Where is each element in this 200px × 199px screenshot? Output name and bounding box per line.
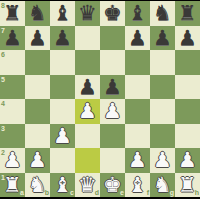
- file-label-b: b: [45, 189, 49, 196]
- square-b7[interactable]: ♟: [25, 26, 50, 51]
- black-knight-piece[interactable]: ♞: [153, 1, 172, 26]
- square-a5[interactable]: 5: [0, 75, 25, 100]
- chess-board: 8♜♞♝♛♚♝♞♜7♟♟♟♟♟♟65♟♟4♟♟3♟2♟♟♟♟♟1a♜b♞c♝d♛…: [0, 1, 200, 197]
- square-a3[interactable]: 3: [0, 124, 25, 149]
- square-c1[interactable]: c♝: [50, 173, 75, 198]
- black-king-piece[interactable]: ♚: [103, 1, 122, 26]
- rank-label-2: 2: [1, 149, 5, 156]
- square-e7[interactable]: [100, 26, 125, 51]
- rank-label-8: 8: [1, 2, 5, 9]
- black-knight-piece[interactable]: ♞: [28, 1, 47, 26]
- white-bishop-piece[interactable]: ♝: [128, 173, 147, 198]
- black-bishop-piece[interactable]: ♝: [53, 1, 72, 26]
- square-h2[interactable]: ♟: [175, 148, 200, 173]
- white-king-piece[interactable]: ♚: [103, 173, 122, 198]
- file-label-h: h: [195, 189, 199, 196]
- square-h8[interactable]: ♜: [175, 1, 200, 26]
- rank-label-7: 7: [1, 27, 5, 34]
- square-b6[interactable]: [25, 50, 50, 75]
- white-pawn-piece[interactable]: ♟: [178, 148, 197, 173]
- square-d8[interactable]: ♛: [75, 1, 100, 26]
- square-c8[interactable]: ♝: [50, 1, 75, 26]
- square-b5[interactable]: [25, 75, 50, 100]
- square-f5[interactable]: [125, 75, 150, 100]
- black-pawn-piece[interactable]: ♟: [103, 75, 122, 100]
- black-pawn-piece[interactable]: ♟: [128, 26, 147, 51]
- square-d6[interactable]: [75, 50, 100, 75]
- black-pawn-piece[interactable]: ♟: [28, 26, 47, 51]
- square-f7[interactable]: ♟: [125, 26, 150, 51]
- square-g3[interactable]: [150, 124, 175, 149]
- square-d3[interactable]: [75, 124, 100, 149]
- square-c4[interactable]: [50, 99, 75, 124]
- square-h3[interactable]: [175, 124, 200, 149]
- square-d2[interactable]: [75, 148, 100, 173]
- square-g6[interactable]: [150, 50, 175, 75]
- black-pawn-piece[interactable]: ♟: [53, 26, 72, 51]
- square-a8[interactable]: 8♜: [0, 1, 25, 26]
- square-d4[interactable]: ♟: [75, 99, 100, 124]
- square-b4[interactable]: [25, 99, 50, 124]
- square-c7[interactable]: ♟: [50, 26, 75, 51]
- square-e5[interactable]: ♟: [100, 75, 125, 100]
- black-pawn-piece[interactable]: ♟: [153, 26, 172, 51]
- square-f4[interactable]: [125, 99, 150, 124]
- file-label-f: f: [147, 189, 149, 196]
- square-b8[interactable]: ♞: [25, 1, 50, 26]
- square-a7[interactable]: 7♟: [0, 26, 25, 51]
- file-label-a: a: [20, 189, 24, 196]
- rank-label-5: 5: [1, 76, 5, 83]
- square-g1[interactable]: g♞: [150, 173, 175, 198]
- square-c6[interactable]: [50, 50, 75, 75]
- square-e4[interactable]: ♟: [100, 99, 125, 124]
- square-b1[interactable]: b♞: [25, 173, 50, 198]
- white-pawn-piece[interactable]: ♟: [3, 148, 22, 173]
- square-e6[interactable]: [100, 50, 125, 75]
- file-label-e: e: [120, 189, 124, 196]
- white-pawn-piece[interactable]: ♟: [128, 148, 147, 173]
- white-pawn-piece[interactable]: ♟: [53, 124, 72, 149]
- square-e2[interactable]: [100, 148, 125, 173]
- square-e1[interactable]: e♚: [100, 173, 125, 198]
- square-b2[interactable]: ♟: [25, 148, 50, 173]
- black-pawn-piece[interactable]: ♟: [178, 26, 197, 51]
- square-g5[interactable]: [150, 75, 175, 100]
- square-f3[interactable]: [125, 124, 150, 149]
- rank-label-3: 3: [1, 125, 5, 132]
- square-a4[interactable]: 4: [0, 99, 25, 124]
- white-pawn-piece[interactable]: ♟: [153, 148, 172, 173]
- square-g2[interactable]: ♟: [150, 148, 175, 173]
- square-f2[interactable]: ♟: [125, 148, 150, 173]
- square-h5[interactable]: [175, 75, 200, 100]
- square-h7[interactable]: ♟: [175, 26, 200, 51]
- black-rook-piece[interactable]: ♜: [3, 1, 22, 26]
- square-d5[interactable]: ♟: [75, 75, 100, 100]
- square-b3[interactable]: [25, 124, 50, 149]
- square-e8[interactable]: ♚: [100, 1, 125, 26]
- square-c2[interactable]: [50, 148, 75, 173]
- square-f1[interactable]: f♝: [125, 173, 150, 198]
- square-a6[interactable]: 6: [0, 50, 25, 75]
- square-f6[interactable]: [125, 50, 150, 75]
- rank-label-4: 4: [1, 100, 5, 107]
- square-c5[interactable]: [50, 75, 75, 100]
- file-label-c: c: [70, 189, 74, 196]
- white-pawn-piece[interactable]: ♟: [28, 148, 47, 173]
- rank-label-6: 6: [1, 51, 5, 58]
- square-a2[interactable]: 2♟: [0, 148, 25, 173]
- white-pawn-piece[interactable]: ♟: [103, 99, 122, 124]
- white-rook-piece[interactable]: ♜: [3, 173, 22, 198]
- square-h1[interactable]: h♜: [175, 173, 200, 198]
- square-d7[interactable]: [75, 26, 100, 51]
- black-queen-piece[interactable]: ♛: [78, 1, 97, 26]
- black-bishop-piece[interactable]: ♝: [128, 1, 147, 26]
- black-pawn-piece[interactable]: ♟: [78, 75, 97, 100]
- black-pawn-piece[interactable]: ♟: [3, 26, 22, 51]
- board-frame: 8♜♞♝♛♚♝♞♜7♟♟♟♟♟♟65♟♟4♟♟3♟2♟♟♟♟♟1a♜b♞c♝d♛…: [0, 0, 200, 199]
- square-g4[interactable]: [150, 99, 175, 124]
- white-pawn-piece[interactable]: ♟: [78, 99, 97, 124]
- square-h6[interactable]: [175, 50, 200, 75]
- white-bishop-piece[interactable]: ♝: [53, 173, 72, 198]
- square-g7[interactable]: ♟: [150, 26, 175, 51]
- rank-label-1: 1: [1, 174, 5, 181]
- square-f8[interactable]: ♝: [125, 1, 150, 26]
- square-d1[interactable]: d♛: [75, 173, 100, 198]
- square-a1[interactable]: 1a♜: [0, 173, 25, 198]
- file-label-d: d: [95, 189, 99, 196]
- square-c3[interactable]: ♟: [50, 124, 75, 149]
- file-label-g: g: [170, 189, 174, 196]
- black-rook-piece[interactable]: ♜: [178, 1, 197, 26]
- square-e3[interactable]: [100, 124, 125, 149]
- square-h4[interactable]: [175, 99, 200, 124]
- square-g8[interactable]: ♞: [150, 1, 175, 26]
